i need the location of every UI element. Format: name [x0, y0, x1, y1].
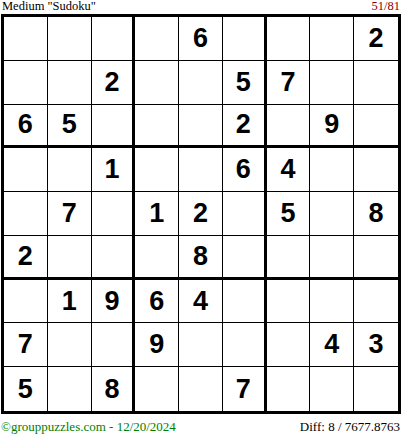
cell-r2c9-empty[interactable] [354, 61, 398, 105]
cell-r5c3-empty[interactable] [92, 192, 136, 236]
cell-r4c3-given: 1 [92, 148, 136, 192]
cell-r8c3-empty[interactable] [92, 323, 136, 367]
cell-r5c1-empty[interactable] [4, 192, 48, 236]
cell-r7c8-empty[interactable] [310, 280, 354, 324]
cell-r7c3-given: 9 [92, 280, 136, 324]
puzzle-title: Medium "Sudoku" [2, 0, 96, 13]
cell-r9c5-empty[interactable] [179, 367, 223, 411]
cell-r9c1-given: 5 [4, 367, 48, 411]
header: Medium "Sudoku" 51/81 [0, 0, 402, 14]
cell-r6c7-empty[interactable] [267, 236, 311, 280]
cell-r6c5-given: 8 [179, 236, 223, 280]
cell-r2c6-given: 5 [223, 61, 267, 105]
cell-r7c1-empty[interactable] [4, 280, 48, 324]
cell-r4c2-empty[interactable] [48, 148, 92, 192]
cell-r1c4-empty[interactable] [135, 17, 179, 61]
cell-r8c1-given: 7 [4, 323, 48, 367]
cell-r9c3-given: 8 [92, 367, 136, 411]
cell-r1c5-given: 6 [179, 17, 223, 61]
cell-r8c9-given: 3 [354, 323, 398, 367]
cell-r3c8-given: 9 [310, 105, 354, 149]
cell-r4c5-empty[interactable] [179, 148, 223, 192]
cell-r7c5-given: 4 [179, 280, 223, 324]
cell-r1c2-empty[interactable] [48, 17, 92, 61]
cell-r6c6-empty[interactable] [223, 236, 267, 280]
cell-r6c4-empty[interactable] [135, 236, 179, 280]
cell-r5c4-given: 1 [135, 192, 179, 236]
cell-r9c9-empty[interactable] [354, 367, 398, 411]
cell-r7c9-empty[interactable] [354, 280, 398, 324]
cell-r2c5-empty[interactable] [179, 61, 223, 105]
cell-r8c7-empty[interactable] [267, 323, 311, 367]
cell-r9c8-empty[interactable] [310, 367, 354, 411]
cell-r4c8-empty[interactable] [310, 148, 354, 192]
cell-r7c7-empty[interactable] [267, 280, 311, 324]
difficulty-text: Diff: 8 / 7677.8763 [300, 419, 400, 434]
sudoku-grid: 622576529164712582819647943587 [1, 14, 401, 414]
cell-r2c4-empty[interactable] [135, 61, 179, 105]
cell-r5c8-empty[interactable] [310, 192, 354, 236]
cell-r3c4-empty[interactable] [135, 105, 179, 149]
cell-r2c2-empty[interactable] [48, 61, 92, 105]
cell-r4c4-empty[interactable] [135, 148, 179, 192]
cell-r9c7-empty[interactable] [267, 367, 311, 411]
cell-r5c6-empty[interactable] [223, 192, 267, 236]
cell-r8c4-given: 9 [135, 323, 179, 367]
cell-r5c2-given: 7 [48, 192, 92, 236]
cell-r5c9-given: 8 [354, 192, 398, 236]
cell-r3c5-empty[interactable] [179, 105, 223, 149]
cell-r7c6-empty[interactable] [223, 280, 267, 324]
cell-r5c7-given: 5 [267, 192, 311, 236]
cell-r2c8-empty[interactable] [310, 61, 354, 105]
copyright-text: ©grouppuzzles.com - 12/20/2024 [1, 419, 176, 434]
cell-r5c5-given: 2 [179, 192, 223, 236]
cell-r1c7-empty[interactable] [267, 17, 311, 61]
blank-counter: 51/81 [372, 0, 400, 13]
cell-r4c6-given: 6 [223, 148, 267, 192]
cell-r6c2-empty[interactable] [48, 236, 92, 280]
cell-r6c8-empty[interactable] [310, 236, 354, 280]
cell-r1c1-empty[interactable] [4, 17, 48, 61]
cell-r3c1-given: 6 [4, 105, 48, 149]
cell-r8c5-empty[interactable] [179, 323, 223, 367]
cell-r9c6-given: 7 [223, 367, 267, 411]
cell-r4c1-empty[interactable] [4, 148, 48, 192]
cell-r3c9-empty[interactable] [354, 105, 398, 149]
cell-r2c1-empty[interactable] [4, 61, 48, 105]
cell-r9c4-empty[interactable] [135, 367, 179, 411]
cell-r4c9-empty[interactable] [354, 148, 398, 192]
cell-r7c4-given: 6 [135, 280, 179, 324]
cell-r6c3-empty[interactable] [92, 236, 136, 280]
cell-r1c9-given: 2 [354, 17, 398, 61]
cell-r1c8-empty[interactable] [310, 17, 354, 61]
cell-r4c7-given: 4 [267, 148, 311, 192]
cell-r2c3-given: 2 [92, 61, 136, 105]
cell-r1c6-empty[interactable] [223, 17, 267, 61]
cell-r8c6-empty[interactable] [223, 323, 267, 367]
cell-r3c2-given: 5 [48, 105, 92, 149]
cell-r3c6-given: 2 [223, 105, 267, 149]
footer: ©grouppuzzles.com - 12/20/2024 Diff: 8 /… [0, 419, 402, 434]
cell-r8c8-given: 4 [310, 323, 354, 367]
cell-r6c1-given: 2 [4, 236, 48, 280]
cell-r6c9-empty[interactable] [354, 236, 398, 280]
cell-r7c2-given: 1 [48, 280, 92, 324]
cell-r3c3-empty[interactable] [92, 105, 136, 149]
cell-r2c7-given: 7 [267, 61, 311, 105]
cell-r8c2-empty[interactable] [48, 323, 92, 367]
cell-r1c3-empty[interactable] [92, 17, 136, 61]
cell-r3c7-empty[interactable] [267, 105, 311, 149]
cell-r9c2-empty[interactable] [48, 367, 92, 411]
